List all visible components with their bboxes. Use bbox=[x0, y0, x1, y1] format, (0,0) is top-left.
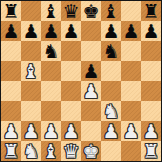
square-c2[interactable]: ♟ bbox=[41, 121, 61, 141]
square-g3[interactable] bbox=[121, 101, 141, 121]
square-a3[interactable] bbox=[1, 101, 21, 121]
square-b1[interactable]: ♞ bbox=[21, 141, 41, 161]
square-c3[interactable] bbox=[41, 101, 61, 121]
square-h6[interactable] bbox=[141, 41, 161, 61]
black-pawn-piece[interactable]: ♟ bbox=[2, 21, 19, 41]
black-rook-piece[interactable]: ♜ bbox=[2, 1, 19, 21]
black-pawn-piece[interactable]: ♟ bbox=[42, 21, 59, 41]
square-a1[interactable]: ♜ bbox=[1, 141, 21, 161]
square-h2[interactable]: ♟ bbox=[141, 121, 161, 141]
square-c8[interactable]: ♝ bbox=[41, 1, 61, 21]
square-b3[interactable] bbox=[21, 101, 41, 121]
white-pawn-piece[interactable]: ♟ bbox=[2, 121, 19, 141]
black-pawn-piece[interactable]: ♟ bbox=[82, 61, 99, 81]
square-d8[interactable]: ♛ bbox=[61, 1, 81, 21]
black-knight-piece[interactable]: ♞ bbox=[42, 41, 59, 61]
square-g1[interactable] bbox=[121, 141, 141, 161]
black-pawn-piece[interactable]: ♟ bbox=[142, 21, 159, 41]
square-d4[interactable] bbox=[61, 81, 81, 101]
square-c7[interactable]: ♟ bbox=[41, 21, 61, 41]
square-g8[interactable] bbox=[121, 1, 141, 21]
square-f2[interactable]: ♟ bbox=[101, 121, 121, 141]
square-e4[interactable]: ♟ bbox=[81, 81, 101, 101]
square-b4[interactable] bbox=[21, 81, 41, 101]
white-pawn-piece[interactable]: ♟ bbox=[62, 121, 79, 141]
black-bishop-piece[interactable]: ♝ bbox=[42, 1, 59, 21]
square-b6[interactable] bbox=[21, 41, 41, 61]
square-d5[interactable] bbox=[61, 61, 81, 81]
chess-board: ♜♝♛♚♝♜♟♟♟♟♟♟♟♞♞♝♟♟♞♟♟♟♟♟♟♟♜♞♝♛♚♜ bbox=[0, 0, 162, 162]
square-e5[interactable]: ♟ bbox=[81, 61, 101, 81]
white-pawn-piece[interactable]: ♟ bbox=[22, 121, 39, 141]
white-rook-piece[interactable]: ♜ bbox=[2, 141, 19, 161]
square-h7[interactable]: ♟ bbox=[141, 21, 161, 41]
white-bishop-piece[interactable]: ♝ bbox=[42, 141, 59, 161]
white-bishop-piece[interactable]: ♝ bbox=[22, 61, 39, 81]
square-h3[interactable] bbox=[141, 101, 161, 121]
square-e1[interactable]: ♚ bbox=[81, 141, 101, 161]
square-a8[interactable]: ♜ bbox=[1, 1, 21, 21]
square-g6[interactable] bbox=[121, 41, 141, 61]
white-pawn-piece[interactable]: ♟ bbox=[82, 81, 99, 101]
square-e7[interactable] bbox=[81, 21, 101, 41]
square-f3[interactable]: ♞ bbox=[101, 101, 121, 121]
white-knight-piece[interactable]: ♞ bbox=[102, 101, 119, 121]
square-f7[interactable]: ♟ bbox=[101, 21, 121, 41]
square-f1[interactable] bbox=[101, 141, 121, 161]
square-d6[interactable] bbox=[61, 41, 81, 61]
square-b8[interactable] bbox=[21, 1, 41, 21]
square-c6[interactable]: ♞ bbox=[41, 41, 61, 61]
square-h5[interactable] bbox=[141, 61, 161, 81]
black-king-piece[interactable]: ♚ bbox=[82, 1, 99, 21]
square-e6[interactable] bbox=[81, 41, 101, 61]
square-e3[interactable] bbox=[81, 101, 101, 121]
square-h4[interactable] bbox=[141, 81, 161, 101]
square-f4[interactable] bbox=[101, 81, 121, 101]
black-pawn-piece[interactable]: ♟ bbox=[102, 21, 119, 41]
square-c5[interactable] bbox=[41, 61, 61, 81]
black-rook-piece[interactable]: ♜ bbox=[142, 1, 159, 21]
square-f5[interactable] bbox=[101, 61, 121, 81]
square-g5[interactable] bbox=[121, 61, 141, 81]
square-b7[interactable]: ♟ bbox=[21, 21, 41, 41]
square-e8[interactable]: ♚ bbox=[81, 1, 101, 21]
square-a7[interactable]: ♟ bbox=[1, 21, 21, 41]
square-d3[interactable] bbox=[61, 101, 81, 121]
white-king-piece[interactable]: ♚ bbox=[82, 141, 99, 161]
square-h8[interactable]: ♜ bbox=[141, 1, 161, 21]
square-g7[interactable]: ♟ bbox=[121, 21, 141, 41]
square-g4[interactable] bbox=[121, 81, 141, 101]
square-a4[interactable] bbox=[1, 81, 21, 101]
square-e2[interactable] bbox=[81, 121, 101, 141]
square-a6[interactable] bbox=[1, 41, 21, 61]
square-d2[interactable]: ♟ bbox=[61, 121, 81, 141]
white-pawn-piece[interactable]: ♟ bbox=[42, 121, 59, 141]
square-c4[interactable] bbox=[41, 81, 61, 101]
white-pawn-piece[interactable]: ♟ bbox=[122, 121, 139, 141]
white-rook-piece[interactable]: ♜ bbox=[142, 141, 159, 161]
square-c1[interactable]: ♝ bbox=[41, 141, 61, 161]
square-h1[interactable]: ♜ bbox=[141, 141, 161, 161]
white-pawn-piece[interactable]: ♟ bbox=[142, 121, 159, 141]
square-g2[interactable]: ♟ bbox=[121, 121, 141, 141]
square-a5[interactable] bbox=[1, 61, 21, 81]
white-pawn-piece[interactable]: ♟ bbox=[102, 121, 119, 141]
square-b2[interactable]: ♟ bbox=[21, 121, 41, 141]
black-bishop-piece[interactable]: ♝ bbox=[102, 1, 119, 21]
square-d7[interactable]: ♟ bbox=[61, 21, 81, 41]
square-a2[interactable]: ♟ bbox=[1, 121, 21, 141]
square-f8[interactable]: ♝ bbox=[101, 1, 121, 21]
square-d1[interactable]: ♛ bbox=[61, 141, 81, 161]
black-pawn-piece[interactable]: ♟ bbox=[62, 21, 79, 41]
black-pawn-piece[interactable]: ♟ bbox=[22, 21, 39, 41]
black-queen-piece[interactable]: ♛ bbox=[62, 1, 79, 21]
square-b5[interactable]: ♝ bbox=[21, 61, 41, 81]
square-f6[interactable]: ♞ bbox=[101, 41, 121, 61]
black-pawn-piece[interactable]: ♟ bbox=[122, 21, 139, 41]
white-knight-piece[interactable]: ♞ bbox=[22, 141, 39, 161]
black-knight-piece[interactable]: ♞ bbox=[102, 41, 119, 61]
white-queen-piece[interactable]: ♛ bbox=[62, 141, 79, 161]
